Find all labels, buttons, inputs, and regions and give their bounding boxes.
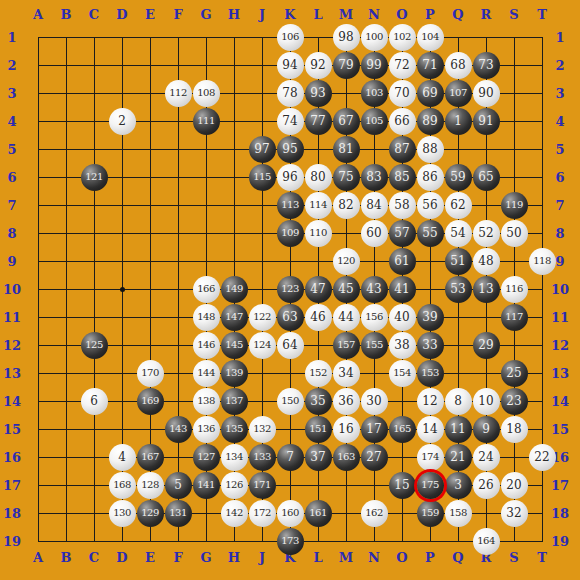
stone-white-78-K3[interactable]: 78	[277, 80, 304, 107]
row-label-1: 1	[0, 23, 24, 51]
stone-black-153-P13[interactable]: 153	[417, 360, 444, 387]
stone-white-48-R9[interactable]: 48	[473, 248, 500, 275]
stone-white-126-H17[interactable]: 126	[221, 472, 248, 499]
stone-black-27-N16[interactable]: 27	[361, 444, 388, 471]
column-label-R: R	[472, 5, 500, 23]
stone-white-148-G11[interactable]: 148	[193, 304, 220, 331]
column-label-D: D	[108, 5, 136, 23]
stone-white-92-L2[interactable]: 92	[305, 52, 332, 79]
stone-black-55-P8[interactable]: 55	[417, 220, 444, 247]
row-label-9: 9	[0, 247, 24, 275]
stone-black-173-K19[interactable]: 173	[277, 528, 304, 555]
stone-white-10-R14[interactable]: 10	[473, 388, 500, 415]
stone-white-64-K12[interactable]: 64	[277, 332, 304, 359]
row-label-8: 8	[0, 219, 24, 247]
stone-black-147-H11[interactable]: 147	[221, 304, 248, 331]
column-label-F: F	[164, 5, 192, 23]
stone-white-26-R17[interactable]: 26	[473, 472, 500, 499]
stone-white-150-K14[interactable]: 150	[277, 388, 304, 415]
stone-white-30-N14[interactable]: 30	[361, 388, 388, 415]
stone-black-131-F18[interactable]: 131	[165, 500, 192, 527]
stone-white-112-F3[interactable]: 112	[165, 80, 192, 107]
row-label-16: 16	[0, 443, 24, 471]
column-label-Q: Q	[444, 5, 472, 23]
column-label-T: T	[528, 5, 556, 23]
stone-white-72-O2[interactable]: 72	[389, 52, 416, 79]
stone-white-174-P16[interactable]: 174	[417, 444, 444, 471]
stone-white-108-G3[interactable]: 108	[193, 80, 220, 107]
stone-black-33-P12[interactable]: 33	[417, 332, 444, 359]
stone-white-80-L6[interactable]: 80	[305, 164, 332, 191]
column-label-C: C	[80, 5, 108, 23]
stone-white-116-S10[interactable]: 116	[501, 276, 528, 303]
stone-white-52-R8[interactable]: 52	[473, 220, 500, 247]
row-label-17: 17	[0, 471, 24, 499]
row-label-4: 4	[0, 107, 24, 135]
stone-black-73-R2[interactable]: 73	[473, 52, 500, 79]
stone-black-45-M10[interactable]: 45	[333, 276, 360, 303]
stone-white-110-L8[interactable]: 110	[305, 220, 332, 247]
stone-black-5-F17[interactable]: 5	[165, 472, 192, 499]
stone-black-99-N2[interactable]: 99	[361, 52, 388, 79]
stone-black-95-K5[interactable]: 95	[277, 136, 304, 163]
stone-white-120-M9[interactable]: 120	[333, 248, 360, 275]
stone-black-81-M5[interactable]: 81	[333, 136, 360, 163]
stone-white-122-J11[interactable]: 122	[249, 304, 276, 331]
column-label-S: S	[500, 5, 528, 23]
row-label-7: 7	[0, 191, 24, 219]
stone-black-17-N15[interactable]: 17	[361, 416, 388, 443]
stone-black-39-P11[interactable]: 39	[417, 304, 444, 331]
stone-white-152-L13[interactable]: 152	[305, 360, 332, 387]
stone-black-121-C6[interactable]: 121	[81, 164, 108, 191]
stone-white-18-S15[interactable]: 18	[501, 416, 528, 443]
stone-white-98-M1[interactable]: 98	[333, 24, 360, 51]
stone-white-172-J18[interactable]: 172	[249, 500, 276, 527]
stone-white-94-K2[interactable]: 94	[277, 52, 304, 79]
stone-black-125-C12[interactable]: 125	[81, 332, 108, 359]
stone-white-84-N7[interactable]: 84	[361, 192, 388, 219]
stone-white-160-K18[interactable]: 160	[277, 500, 304, 527]
stone-white-130-D18[interactable]: 130	[109, 500, 136, 527]
stone-white-146-G12[interactable]: 146	[193, 332, 220, 359]
stone-white-136-G15[interactable]: 136	[193, 416, 220, 443]
stone-white-88-P5[interactable]: 88	[417, 136, 444, 163]
stone-white-38-O12[interactable]: 38	[389, 332, 416, 359]
stone-black-1-Q4[interactable]: 1	[445, 108, 472, 135]
stone-black-167-E16[interactable]: 167	[137, 444, 164, 471]
stone-black-109-K8[interactable]: 109	[277, 220, 304, 247]
stone-white-102-O1[interactable]: 102	[389, 24, 416, 51]
column-labels-top: ABCDEFGHJKLMNOPQRST	[24, 5, 556, 23]
stone-black-65-R6[interactable]: 65	[473, 164, 500, 191]
stone-white-128-E17[interactable]: 128	[137, 472, 164, 499]
column-label-P: P	[416, 5, 444, 23]
row-labels-left: 12345678910111213141516171819	[0, 23, 24, 555]
stone-white-58-O7[interactable]: 58	[389, 192, 416, 219]
column-label-N: N	[360, 5, 388, 23]
stone-white-24-R16[interactable]: 24	[473, 444, 500, 471]
stone-white-54-Q8[interactable]: 54	[445, 220, 472, 247]
row-label-14: 14	[0, 387, 24, 415]
stone-black-47-L10[interactable]: 47	[305, 276, 332, 303]
stone-white-8-Q14[interactable]: 8	[445, 388, 472, 415]
column-label-A: A	[24, 5, 52, 23]
stone-black-155-N12[interactable]: 155	[361, 332, 388, 359]
stone-black-161-L18[interactable]: 161	[305, 500, 332, 527]
stone-black-87-O5[interactable]: 87	[389, 136, 416, 163]
stone-white-90-R3[interactable]: 90	[473, 80, 500, 107]
stone-white-132-J15[interactable]: 132	[249, 416, 276, 443]
column-label-O: O	[388, 5, 416, 23]
stone-white-164-R19[interactable]: 164	[473, 528, 500, 555]
column-label-H: H	[220, 5, 248, 23]
stone-white-86-P6[interactable]: 86	[417, 164, 444, 191]
stone-white-60-N8[interactable]: 60	[361, 220, 388, 247]
stone-white-4-D16[interactable]: 4	[109, 444, 136, 471]
stone-black-77-L4[interactable]: 77	[305, 108, 332, 135]
column-label-G: G	[192, 5, 220, 23]
stone-white-100-N1[interactable]: 100	[361, 24, 388, 51]
stone-black-85-O6[interactable]: 85	[389, 164, 416, 191]
stone-white-142-H18[interactable]: 142	[221, 500, 248, 527]
stone-black-57-O8[interactable]: 57	[389, 220, 416, 247]
stone-black-41-O10[interactable]: 41	[389, 276, 416, 303]
column-label-M: M	[332, 5, 360, 23]
stone-black-151-L15[interactable]: 151	[305, 416, 332, 443]
stone-black-67-M4[interactable]: 67	[333, 108, 360, 135]
stone-white-32-S18[interactable]: 32	[501, 500, 528, 527]
stone-black-21-Q16[interactable]: 21	[445, 444, 472, 471]
row-label-5: 5	[0, 135, 24, 163]
row-label-2: 2	[0, 51, 24, 79]
stone-black-79-M2[interactable]: 79	[333, 52, 360, 79]
stone-black-71-P2[interactable]: 71	[417, 52, 444, 79]
stone-black-93-L3[interactable]: 93	[305, 80, 332, 107]
stone-black-15-O17[interactable]: 15	[389, 472, 416, 499]
row-label-6: 6	[0, 163, 24, 191]
stone-white-36-M14[interactable]: 36	[333, 388, 360, 415]
stone-black-137-H14[interactable]: 137	[221, 388, 248, 415]
stone-white-50-S8[interactable]: 50	[501, 220, 528, 247]
column-label-E: E	[136, 5, 164, 23]
stone-black-139-H13[interactable]: 139	[221, 360, 248, 387]
stone-black-175-P17[interactable]: 175	[417, 472, 444, 499]
stone-black-43-N10[interactable]: 43	[361, 276, 388, 303]
stone-white-20-S17[interactable]: 20	[501, 472, 528, 499]
stone-black-9-R15[interactable]: 9	[473, 416, 500, 443]
stone-black-13-R10[interactable]: 13	[473, 276, 500, 303]
stone-black-107-Q3[interactable]: 107	[445, 80, 472, 107]
stone-black-149-H10[interactable]: 149	[221, 276, 248, 303]
stone-white-44-M11[interactable]: 44	[333, 304, 360, 331]
row-label-19: 19	[0, 527, 24, 555]
row-label-10: 10	[0, 275, 24, 303]
stone-white-14-P15[interactable]: 14	[417, 416, 444, 443]
stone-white-104-P1[interactable]: 104	[417, 24, 444, 51]
stone-white-124-J12[interactable]: 124	[249, 332, 276, 359]
stone-white-56-P7[interactable]: 56	[417, 192, 444, 219]
column-label-L: L	[304, 5, 332, 23]
row-label-12: 12	[0, 331, 24, 359]
stone-white-70-O3[interactable]: 70	[389, 80, 416, 107]
stone-black-69-P3[interactable]: 69	[417, 80, 444, 107]
stone-black-91-R4[interactable]: 91	[473, 108, 500, 135]
stone-black-129-E18[interactable]: 129	[137, 500, 164, 527]
stone-white-156-N11[interactable]: 156	[361, 304, 388, 331]
stone-white-106-K1[interactable]: 106	[277, 24, 304, 51]
row-label-18: 18	[0, 499, 24, 527]
stone-white-96-K6[interactable]: 96	[277, 164, 304, 191]
stone-black-97-J5[interactable]: 97	[249, 136, 276, 163]
stone-black-157-M12[interactable]: 157	[333, 332, 360, 359]
stone-black-105-N4[interactable]: 105	[361, 108, 388, 135]
stone-black-159-P18[interactable]: 159	[417, 500, 444, 527]
stone-white-6-C14[interactable]: 6	[81, 388, 108, 415]
stone-black-135-H15[interactable]: 135	[221, 416, 248, 443]
stone-black-89-P4[interactable]: 89	[417, 108, 444, 135]
stone-black-103-N3[interactable]: 103	[361, 80, 388, 107]
stone-white-16-M15[interactable]: 16	[333, 416, 360, 443]
stone-white-154-O13[interactable]: 154	[389, 360, 416, 387]
stone-black-127-G16[interactable]: 127	[193, 444, 220, 471]
column-label-B: B	[52, 5, 80, 23]
stone-white-12-P14[interactable]: 12	[417, 388, 444, 415]
stone-black-113-K7[interactable]: 113	[277, 192, 304, 219]
stone-white-138-G14[interactable]: 138	[193, 388, 220, 415]
stone-black-11-Q15[interactable]: 11	[445, 416, 472, 443]
stone-black-29-R12[interactable]: 29	[473, 332, 500, 359]
stone-white-114-L7[interactable]: 114	[305, 192, 332, 219]
column-label-J: J	[248, 5, 276, 23]
stone-white-40-O11[interactable]: 40	[389, 304, 416, 331]
stone-black-83-N6[interactable]: 83	[361, 164, 388, 191]
stone-white-74-K4[interactable]: 74	[277, 108, 304, 135]
stone-black-165-O15[interactable]: 165	[389, 416, 416, 443]
stone-white-62-Q7[interactable]: 62	[445, 192, 472, 219]
stone-white-2-D4[interactable]: 2	[109, 108, 136, 135]
stone-white-66-O4[interactable]: 66	[389, 108, 416, 135]
stone-white-46-L11[interactable]: 46	[305, 304, 332, 331]
stones-layer[interactable]: 1234567891011121314151617182021222324252…	[24, 23, 556, 555]
stone-black-171-J17[interactable]: 171	[249, 472, 276, 499]
stone-black-117-S11[interactable]: 117	[501, 304, 528, 331]
row-label-11: 11	[0, 303, 24, 331]
stone-black-75-M6[interactable]: 75	[333, 164, 360, 191]
stone-black-23-S14[interactable]: 23	[501, 388, 528, 415]
stone-white-158-Q18[interactable]: 158	[445, 500, 472, 527]
stone-black-163-M16[interactable]: 163	[333, 444, 360, 471]
stone-black-123-K10[interactable]: 123	[277, 276, 304, 303]
stone-white-144-G13[interactable]: 144	[193, 360, 220, 387]
stone-black-115-J6[interactable]: 115	[249, 164, 276, 191]
stone-black-3-Q17[interactable]: 3	[445, 472, 472, 499]
stone-white-162-N18[interactable]: 162	[361, 500, 388, 527]
stone-black-51-Q9[interactable]: 51	[445, 248, 472, 275]
stone-black-61-O9[interactable]: 61	[389, 248, 416, 275]
stone-white-134-H16[interactable]: 134	[221, 444, 248, 471]
stone-black-59-Q6[interactable]: 59	[445, 164, 472, 191]
stone-black-111-G4[interactable]: 111	[193, 108, 220, 135]
stone-black-169-E14[interactable]: 169	[137, 388, 164, 415]
go-board-diagram: ABCDEFGHJKLMNOPQRST ABCDEFGHJKLMNOPQRST …	[0, 0, 580, 580]
stone-black-63-K11[interactable]: 63	[277, 304, 304, 331]
stone-white-68-Q2[interactable]: 68	[445, 52, 472, 79]
stone-white-166-G10[interactable]: 166	[193, 276, 220, 303]
stone-white-22-T16[interactable]: 22	[529, 444, 556, 471]
stone-black-53-Q10[interactable]: 53	[445, 276, 472, 303]
stone-black-37-L16[interactable]: 37	[305, 444, 332, 471]
stone-black-133-J16[interactable]: 133	[249, 444, 276, 471]
row-label-13: 13	[0, 359, 24, 387]
stone-black-141-G17[interactable]: 141	[193, 472, 220, 499]
stone-white-170-E13[interactable]: 170	[137, 360, 164, 387]
column-label-K: K	[276, 5, 304, 23]
stone-black-145-H12[interactable]: 145	[221, 332, 248, 359]
stone-black-35-L14[interactable]: 35	[305, 388, 332, 415]
stone-black-7-K16[interactable]: 7	[277, 444, 304, 471]
stone-black-143-F15[interactable]: 143	[165, 416, 192, 443]
stone-white-118-T9[interactable]: 118	[529, 248, 556, 275]
row-label-15: 15	[0, 415, 24, 443]
stone-white-168-D17[interactable]: 168	[109, 472, 136, 499]
stone-white-34-M13[interactable]: 34	[333, 360, 360, 387]
row-label-3: 3	[0, 79, 24, 107]
stone-black-119-S7[interactable]: 119	[501, 192, 528, 219]
stone-black-25-S13[interactable]: 25	[501, 360, 528, 387]
stone-white-82-M7[interactable]: 82	[333, 192, 360, 219]
